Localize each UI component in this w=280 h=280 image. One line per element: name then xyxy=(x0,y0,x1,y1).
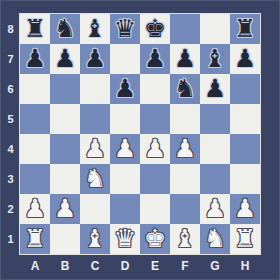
chess-board-frame: 87654321 ♜♞♝♛♚♜♟♟♟♟♟♝♟♟♞♟♟♟♟♟♞♟♟♟♟♜♝♛♚♝♞… xyxy=(0,0,280,280)
square-c6[interactable] xyxy=(80,74,110,104)
rank-label-6: 6 xyxy=(0,74,19,104)
white-rook: ♜ xyxy=(230,224,260,254)
white-pawn: ♟ xyxy=(200,194,230,224)
black-pawn: ♟ xyxy=(200,74,230,104)
white-pawn: ♟ xyxy=(20,194,50,224)
square-c5[interactable] xyxy=(80,104,110,134)
square-d7[interactable] xyxy=(110,44,140,74)
white-knight: ♞ xyxy=(200,224,230,254)
square-h7[interactable]: ♟ xyxy=(230,44,260,74)
black-rook: ♜ xyxy=(20,14,50,44)
file-label-f: F xyxy=(170,255,200,277)
black-king: ♚ xyxy=(140,14,170,44)
square-a1[interactable]: ♜ xyxy=(20,224,50,254)
square-b4[interactable] xyxy=(50,134,80,164)
white-queen: ♛ xyxy=(110,224,140,254)
rank-label-7: 7 xyxy=(0,44,19,74)
rank-label-1: 1 xyxy=(0,224,19,254)
square-f5[interactable] xyxy=(170,104,200,134)
square-e5[interactable] xyxy=(140,104,170,134)
square-h1[interactable]: ♜ xyxy=(230,224,260,254)
square-h6[interactable] xyxy=(230,74,260,104)
square-g6[interactable]: ♟ xyxy=(200,74,230,104)
white-pawn: ♟ xyxy=(170,134,200,164)
square-b5[interactable] xyxy=(50,104,80,134)
rank-label-5: 5 xyxy=(0,104,19,134)
square-h8[interactable]: ♜ xyxy=(230,14,260,44)
square-c2[interactable] xyxy=(80,194,110,224)
white-king: ♚ xyxy=(140,224,170,254)
black-pawn: ♟ xyxy=(170,44,200,74)
square-g4[interactable] xyxy=(200,134,230,164)
square-b3[interactable] xyxy=(50,164,80,194)
square-c1[interactable]: ♝ xyxy=(80,224,110,254)
square-b6[interactable] xyxy=(50,74,80,104)
white-pawn: ♟ xyxy=(50,194,80,224)
white-rook: ♜ xyxy=(20,224,50,254)
square-a6[interactable] xyxy=(20,74,50,104)
file-label-a: A xyxy=(20,255,50,277)
square-c7[interactable]: ♟ xyxy=(80,44,110,74)
white-pawn: ♟ xyxy=(140,134,170,164)
white-bishop: ♝ xyxy=(170,224,200,254)
file-label-d: D xyxy=(110,255,140,277)
square-d8[interactable]: ♛ xyxy=(110,14,140,44)
square-f6[interactable]: ♞ xyxy=(170,74,200,104)
square-f8[interactable] xyxy=(170,14,200,44)
square-g1[interactable]: ♞ xyxy=(200,224,230,254)
file-label-c: C xyxy=(80,255,110,277)
white-knight: ♞ xyxy=(80,164,110,194)
square-a5[interactable] xyxy=(20,104,50,134)
square-f4[interactable]: ♟ xyxy=(170,134,200,164)
white-pawn: ♟ xyxy=(230,194,260,224)
square-b1[interactable] xyxy=(50,224,80,254)
square-a3[interactable] xyxy=(20,164,50,194)
black-pawn: ♟ xyxy=(80,44,110,74)
black-rook: ♜ xyxy=(230,14,260,44)
square-e7[interactable]: ♟ xyxy=(140,44,170,74)
black-pawn: ♟ xyxy=(20,44,50,74)
square-g5[interactable] xyxy=(200,104,230,134)
square-d3[interactable] xyxy=(110,164,140,194)
black-queen: ♛ xyxy=(110,14,140,44)
square-f1[interactable]: ♝ xyxy=(170,224,200,254)
black-knight: ♞ xyxy=(170,74,200,104)
square-g3[interactable] xyxy=(200,164,230,194)
square-c3[interactable]: ♞ xyxy=(80,164,110,194)
square-h4[interactable] xyxy=(230,134,260,164)
black-bishop: ♝ xyxy=(200,44,230,74)
square-e6[interactable] xyxy=(140,74,170,104)
square-h3[interactable] xyxy=(230,164,260,194)
black-pawn: ♟ xyxy=(230,44,260,74)
square-b7[interactable]: ♟ xyxy=(50,44,80,74)
file-label-e: E xyxy=(140,255,170,277)
square-a4[interactable] xyxy=(20,134,50,164)
board-grid: ♜♞♝♛♚♜♟♟♟♟♟♝♟♟♞♟♟♟♟♟♞♟♟♟♟♜♝♛♚♝♞♜ xyxy=(19,13,261,255)
black-pawn: ♟ xyxy=(110,74,140,104)
square-d1[interactable]: ♛ xyxy=(110,224,140,254)
square-e4[interactable]: ♟ xyxy=(140,134,170,164)
rank-label-4: 4 xyxy=(0,134,19,164)
square-a8[interactable]: ♜ xyxy=(20,14,50,44)
square-f7[interactable]: ♟ xyxy=(170,44,200,74)
square-h2[interactable]: ♟ xyxy=(230,194,260,224)
square-e8[interactable]: ♚ xyxy=(140,14,170,44)
square-b8[interactable]: ♞ xyxy=(50,14,80,44)
square-c8[interactable]: ♝ xyxy=(80,14,110,44)
square-e2[interactable] xyxy=(140,194,170,224)
file-label-g: G xyxy=(200,255,230,277)
file-labels: ABCDEFGH xyxy=(20,255,260,277)
white-bishop: ♝ xyxy=(80,224,110,254)
square-e1[interactable]: ♚ xyxy=(140,224,170,254)
square-b2[interactable]: ♟ xyxy=(50,194,80,224)
white-pawn: ♟ xyxy=(110,134,140,164)
square-f2[interactable] xyxy=(170,194,200,224)
file-label-b: B xyxy=(50,255,80,277)
square-g2[interactable]: ♟ xyxy=(200,194,230,224)
square-g8[interactable] xyxy=(200,14,230,44)
rank-label-2: 2 xyxy=(0,194,19,224)
square-h5[interactable] xyxy=(230,104,260,134)
square-d6[interactable]: ♟ xyxy=(110,74,140,104)
black-bishop: ♝ xyxy=(80,14,110,44)
square-f3[interactable] xyxy=(170,164,200,194)
square-c4[interactable]: ♟ xyxy=(80,134,110,164)
file-label-h: H xyxy=(230,255,260,277)
square-d2[interactable] xyxy=(110,194,140,224)
square-g7[interactable]: ♝ xyxy=(200,44,230,74)
square-a7[interactable]: ♟ xyxy=(20,44,50,74)
rank-label-8: 8 xyxy=(0,14,19,44)
black-knight: ♞ xyxy=(50,14,80,44)
white-pawn: ♟ xyxy=(80,134,110,164)
square-d4[interactable]: ♟ xyxy=(110,134,140,164)
square-e3[interactable] xyxy=(140,164,170,194)
square-d5[interactable] xyxy=(110,104,140,134)
rank-labels: 87654321 xyxy=(0,14,19,254)
rank-label-3: 3 xyxy=(0,164,19,194)
square-a2[interactable]: ♟ xyxy=(20,194,50,224)
black-pawn: ♟ xyxy=(50,44,80,74)
black-pawn: ♟ xyxy=(140,44,170,74)
